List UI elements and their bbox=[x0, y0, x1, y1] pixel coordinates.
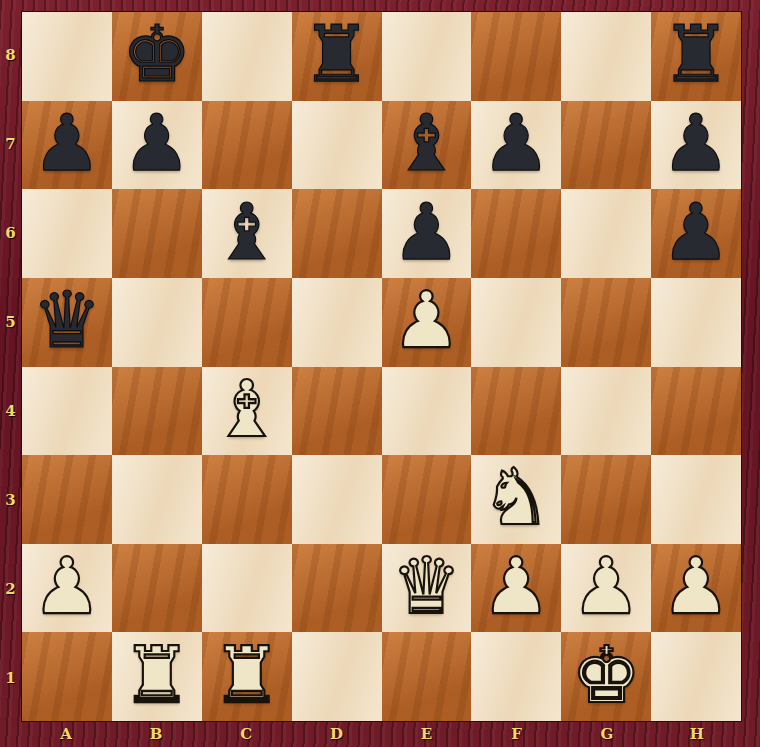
square-a3[interactable] bbox=[22, 455, 112, 544]
piece-white-bishop-c4[interactable]: ♝ bbox=[212, 370, 282, 448]
square-d8[interactable]: ♜ bbox=[292, 12, 382, 101]
square-h4[interactable] bbox=[651, 367, 741, 456]
piece-black-pawn-f7[interactable]: ♟ bbox=[481, 104, 551, 182]
board: ♚♜♜♟♟♝♟♟♝♟♟♛♟♝♞♟♛♟♟♟♜♜♚ bbox=[21, 11, 742, 722]
square-a4[interactable] bbox=[22, 367, 112, 456]
square-g2[interactable]: ♟ bbox=[561, 544, 651, 633]
piece-white-king-g1[interactable]: ♚ bbox=[571, 636, 641, 714]
square-f1[interactable] bbox=[471, 632, 561, 721]
piece-white-pawn-f2[interactable]: ♟ bbox=[481, 547, 551, 625]
square-b1[interactable]: ♜ bbox=[112, 632, 202, 721]
piece-black-queen-a5[interactable]: ♛ bbox=[32, 281, 102, 359]
square-b4[interactable] bbox=[112, 367, 202, 456]
square-e3[interactable] bbox=[382, 455, 472, 544]
square-f7[interactable]: ♟ bbox=[471, 101, 561, 190]
piece-black-rook-d8[interactable]: ♜ bbox=[302, 15, 372, 93]
rank-label-8: 8 bbox=[0, 11, 21, 100]
square-a5[interactable]: ♛ bbox=[22, 278, 112, 367]
square-h6[interactable]: ♟ bbox=[651, 189, 741, 278]
square-a2[interactable]: ♟ bbox=[22, 544, 112, 633]
square-g4[interactable] bbox=[561, 367, 651, 456]
piece-black-bishop-e7[interactable]: ♝ bbox=[391, 104, 461, 182]
rank-label-7: 7 bbox=[0, 100, 21, 189]
square-c7[interactable] bbox=[202, 101, 292, 190]
square-e4[interactable] bbox=[382, 367, 472, 456]
square-b7[interactable]: ♟ bbox=[112, 101, 202, 190]
file-label-h: H bbox=[652, 721, 742, 747]
square-e5[interactable]: ♟ bbox=[382, 278, 472, 367]
piece-white-pawn-a2[interactable]: ♟ bbox=[32, 547, 102, 625]
file-label-b: B bbox=[111, 721, 201, 747]
square-h5[interactable] bbox=[651, 278, 741, 367]
square-g5[interactable] bbox=[561, 278, 651, 367]
rank-label-3: 3 bbox=[0, 455, 21, 544]
file-labels: ABCDEFGH bbox=[21, 721, 742, 747]
square-e8[interactable] bbox=[382, 12, 472, 101]
square-e1[interactable] bbox=[382, 632, 472, 721]
square-d1[interactable] bbox=[292, 632, 382, 721]
square-g3[interactable] bbox=[561, 455, 651, 544]
piece-white-knight-f3[interactable]: ♞ bbox=[481, 458, 551, 536]
square-c5[interactable] bbox=[202, 278, 292, 367]
square-h2[interactable]: ♟ bbox=[651, 544, 741, 633]
square-d3[interactable] bbox=[292, 455, 382, 544]
rank-labels: 87654321 bbox=[0, 11, 21, 722]
square-g8[interactable] bbox=[561, 12, 651, 101]
square-e7[interactable]: ♝ bbox=[382, 101, 472, 190]
square-h7[interactable]: ♟ bbox=[651, 101, 741, 190]
piece-black-pawn-a7[interactable]: ♟ bbox=[32, 104, 102, 182]
square-c3[interactable] bbox=[202, 455, 292, 544]
board-frame: ♚♜♜♟♟♝♟♟♝♟♟♛♟♝♞♟♛♟♟♟♜♜♚ 87654321 ABCDEFG… bbox=[0, 0, 760, 747]
rank-label-6: 6 bbox=[0, 189, 21, 278]
square-g6[interactable] bbox=[561, 189, 651, 278]
square-b6[interactable] bbox=[112, 189, 202, 278]
square-c2[interactable] bbox=[202, 544, 292, 633]
file-label-d: D bbox=[291, 721, 381, 747]
piece-white-pawn-e5[interactable]: ♟ bbox=[391, 281, 461, 359]
piece-white-pawn-h2[interactable]: ♟ bbox=[661, 547, 731, 625]
square-b8[interactable]: ♚ bbox=[112, 12, 202, 101]
square-g7[interactable] bbox=[561, 101, 651, 190]
file-label-a: A bbox=[21, 721, 111, 747]
rank-label-2: 2 bbox=[0, 544, 21, 633]
square-d2[interactable] bbox=[292, 544, 382, 633]
square-c4[interactable]: ♝ bbox=[202, 367, 292, 456]
piece-white-rook-c1[interactable]: ♜ bbox=[212, 636, 282, 714]
file-label-e: E bbox=[382, 721, 472, 747]
piece-black-pawn-e6[interactable]: ♟ bbox=[391, 193, 461, 271]
square-h3[interactable] bbox=[651, 455, 741, 544]
square-e6[interactable]: ♟ bbox=[382, 189, 472, 278]
square-a7[interactable]: ♟ bbox=[22, 101, 112, 190]
square-c8[interactable] bbox=[202, 12, 292, 101]
square-f2[interactable]: ♟ bbox=[471, 544, 561, 633]
square-a8[interactable] bbox=[22, 12, 112, 101]
piece-white-queen-e2[interactable]: ♛ bbox=[391, 547, 461, 625]
square-c1[interactable]: ♜ bbox=[202, 632, 292, 721]
square-d4[interactable] bbox=[292, 367, 382, 456]
piece-black-pawn-h7[interactable]: ♟ bbox=[661, 104, 731, 182]
square-f3[interactable]: ♞ bbox=[471, 455, 561, 544]
piece-black-pawn-h6[interactable]: ♟ bbox=[661, 193, 731, 271]
square-c6[interactable]: ♝ bbox=[202, 189, 292, 278]
square-b5[interactable] bbox=[112, 278, 202, 367]
square-b2[interactable] bbox=[112, 544, 202, 633]
square-f6[interactable] bbox=[471, 189, 561, 278]
file-label-c: C bbox=[201, 721, 291, 747]
square-g1[interactable]: ♚ bbox=[561, 632, 651, 721]
square-d7[interactable] bbox=[292, 101, 382, 190]
rank-label-4: 4 bbox=[0, 367, 21, 456]
piece-black-rook-h8[interactable]: ♜ bbox=[661, 15, 731, 93]
piece-white-pawn-g2[interactable]: ♟ bbox=[571, 547, 641, 625]
piece-white-rook-b1[interactable]: ♜ bbox=[122, 636, 192, 714]
square-e2[interactable]: ♛ bbox=[382, 544, 472, 633]
piece-black-bishop-c6[interactable]: ♝ bbox=[212, 193, 282, 271]
square-f8[interactable] bbox=[471, 12, 561, 101]
square-b3[interactable] bbox=[112, 455, 202, 544]
square-d6[interactable] bbox=[292, 189, 382, 278]
square-a1[interactable] bbox=[22, 632, 112, 721]
square-h8[interactable]: ♜ bbox=[651, 12, 741, 101]
file-label-f: F bbox=[472, 721, 562, 747]
file-label-g: G bbox=[562, 721, 652, 747]
rank-label-5: 5 bbox=[0, 278, 21, 367]
square-f5[interactable] bbox=[471, 278, 561, 367]
piece-black-king-b8[interactable]: ♚ bbox=[122, 15, 192, 93]
square-f4[interactable] bbox=[471, 367, 561, 456]
square-d5[interactable] bbox=[292, 278, 382, 367]
piece-black-pawn-b7[interactable]: ♟ bbox=[122, 104, 192, 182]
square-h1[interactable] bbox=[651, 632, 741, 721]
square-a6[interactable] bbox=[22, 189, 112, 278]
rank-label-1: 1 bbox=[0, 633, 21, 722]
